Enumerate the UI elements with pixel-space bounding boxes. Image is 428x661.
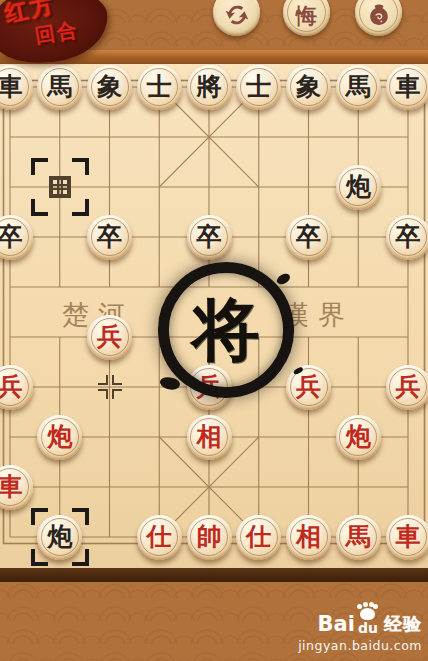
baidu-jingyan-logo: Bai du 经验 jingyan.baidu.com xyxy=(298,606,422,653)
piece-red-horse-b[interactable]: 馬 xyxy=(336,515,381,560)
logo-text-du: du xyxy=(358,620,378,636)
piece-black-horse-b[interactable]: 馬 xyxy=(336,65,381,110)
piece-red-soldier-4[interactable]: 兵 xyxy=(286,365,331,410)
piece-black-advisor-a[interactable]: 士 xyxy=(137,65,182,110)
piece-black-cannon-b[interactable]: 炮 xyxy=(336,165,381,210)
undo-character: 悔 xyxy=(296,6,317,27)
piece-black-soldier-4[interactable]: 卒 xyxy=(286,215,331,260)
marker-last-move-from xyxy=(31,158,89,216)
piece-black-cannon-a[interactable]: 炮 xyxy=(37,515,82,560)
marker-previous-move-from xyxy=(98,375,122,399)
piece-red-cannon-a[interactable]: 炮 xyxy=(37,415,82,460)
piece-red-soldier-2[interactable]: 兵 xyxy=(87,315,132,360)
board-bottom-edge xyxy=(0,568,428,582)
piece-red-general[interactable]: 帥 xyxy=(187,515,232,560)
piece-red-advisor-a[interactable]: 仕 xyxy=(137,515,182,560)
piece-red-chariot-b[interactable]: 車 xyxy=(386,515,428,560)
piece-black-elephant-b[interactable]: 象 xyxy=(286,65,331,110)
money-bag-icon xyxy=(365,0,393,30)
logo-text-jingyan: 经验 xyxy=(384,612,422,636)
piece-red-elephant-a[interactable]: 相 xyxy=(187,415,232,460)
logo-url: jingyan.baidu.com xyxy=(298,638,422,653)
piece-red-soldier-5[interactable]: 兵 xyxy=(386,365,428,410)
turn-badge-line2: 回合 xyxy=(33,16,81,50)
piece-black-elephant-a[interactable]: 象 xyxy=(87,65,132,110)
baidu-paw-icon: du xyxy=(357,606,379,636)
piece-red-cannon-b[interactable]: 炮 xyxy=(336,415,381,460)
piece-black-horse-a[interactable]: 馬 xyxy=(37,65,82,110)
piece-red-advisor-b[interactable]: 仕 xyxy=(236,515,281,560)
check-stamp-character: 将 xyxy=(192,285,260,376)
logo-text-bai: Bai xyxy=(318,612,355,636)
piece-black-advisor-b[interactable]: 士 xyxy=(236,65,281,110)
piece-black-soldier-3[interactable]: 卒 xyxy=(187,215,232,260)
swap-arrows-icon xyxy=(222,0,252,30)
piece-black-soldier-5[interactable]: 卒 xyxy=(386,215,428,260)
piece-black-soldier-2[interactable]: 卒 xyxy=(87,215,132,260)
piece-black-chariot-b[interactable]: 車 xyxy=(386,65,428,110)
piece-red-elephant-b[interactable]: 相 xyxy=(286,515,331,560)
piece-black-general[interactable]: 將 xyxy=(187,65,232,110)
